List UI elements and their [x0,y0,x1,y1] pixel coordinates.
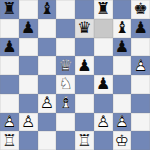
square-d5[interactable]: ♛♕ [56,56,75,75]
white-queen-fill-icon: ♛ [56,56,75,75]
square-a4[interactable] [0,75,19,94]
white-pawn-icon: ♙ [113,113,132,132]
square-f4[interactable]: ♟ [94,75,113,94]
white-rook-icon: ♖ [0,131,19,150]
square-e1[interactable]: ♜♖ [75,131,94,150]
square-e3[interactable] [75,94,94,113]
square-c3[interactable]: ♟♙ [38,94,57,113]
square-e2[interactable] [75,113,94,132]
black-pawn-piece[interactable]: ♟ [94,75,113,94]
square-c5[interactable] [38,56,57,75]
white-pawn-fill-icon: ♟ [131,56,150,75]
square-e6[interactable] [75,38,94,57]
square-h1[interactable] [131,131,150,150]
white-pawn-piece[interactable]: ♟♙ [19,113,38,132]
square-d3[interactable]: ♝♗ [56,94,75,113]
black-bishop-icon: ♝ [113,19,132,38]
black-pawn-piece[interactable]: ♟ [131,19,150,38]
square-h8[interactable]: ♚ [131,0,150,19]
square-f5[interactable] [94,56,113,75]
white-pawn-icon: ♙ [38,94,57,113]
black-rook-piece[interactable]: ♜ [94,0,113,19]
white-queen-icon: ♕ [56,56,75,75]
square-a2[interactable]: ♟♙ [0,113,19,132]
square-f2[interactable]: ♟♙ [94,113,113,132]
square-b8[interactable] [19,0,38,19]
square-d2[interactable] [56,113,75,132]
square-c7[interactable] [38,19,57,38]
black-bishop-piece[interactable]: ♝ [38,0,57,19]
black-pawn-icon: ♟ [131,19,150,38]
square-c1[interactable] [38,131,57,150]
white-rook-piece[interactable]: ♜♖ [0,131,19,150]
white-pawn-icon: ♙ [0,113,19,132]
white-pawn-piece[interactable]: ♟♙ [0,113,19,132]
black-rook-piece[interactable]: ♜ [0,0,19,19]
black-pawn-icon: ♟ [94,75,113,94]
square-d8[interactable] [56,0,75,19]
white-pawn-piece[interactable]: ♟♙ [38,94,57,113]
white-pawn-fill-icon: ♟ [19,113,38,132]
square-f3[interactable] [94,94,113,113]
square-b7[interactable]: ♟ [19,19,38,38]
black-bishop-piece[interactable]: ♝ [113,19,132,38]
square-f1[interactable] [94,131,113,150]
black-queen-piece[interactable]: ♛ [75,19,94,38]
square-h4[interactable] [131,75,150,94]
black-pawn-piece[interactable]: ♟ [113,38,132,57]
square-g4[interactable] [113,75,132,94]
square-h7[interactable]: ♟ [131,19,150,38]
square-e7[interactable]: ♛ [75,19,94,38]
white-rook-fill-icon: ♜ [0,131,19,150]
square-b5[interactable] [19,56,38,75]
square-e5[interactable]: ♟ [75,56,94,75]
white-rook-icon: ♖ [75,131,94,150]
square-g8[interactable] [113,0,132,19]
white-rook-fill-icon: ♜ [75,131,94,150]
square-a7[interactable] [0,19,19,38]
square-e4[interactable] [75,75,94,94]
square-d7[interactable] [56,19,75,38]
square-a8[interactable]: ♜ [0,0,19,19]
square-f6[interactable] [94,38,113,57]
square-c6[interactable] [38,38,57,57]
square-d6[interactable] [56,38,75,57]
square-c4[interactable] [38,75,57,94]
square-b3[interactable] [19,94,38,113]
square-d1[interactable] [56,131,75,150]
square-g2[interactable]: ♟♙ [113,113,132,132]
white-pawn-piece[interactable]: ♟♙ [94,113,113,132]
black-pawn-piece[interactable]: ♟ [0,38,19,57]
square-h5[interactable]: ♟♙ [131,56,150,75]
square-f8[interactable]: ♜ [94,0,113,19]
square-b1[interactable] [19,131,38,150]
white-bishop-fill-icon: ♝ [56,94,75,113]
white-pawn-piece[interactable]: ♟♙ [131,56,150,75]
black-rook-icon: ♜ [94,0,113,19]
white-knight-piece[interactable]: ♞♘ [56,75,75,94]
white-knight-icon: ♘ [56,75,75,94]
square-a5[interactable] [0,56,19,75]
white-pawn-fill-icon: ♟ [113,113,132,132]
square-c2[interactable] [38,113,57,132]
black-bishop-icon: ♝ [38,0,57,19]
black-pawn-icon: ♟ [0,38,19,57]
square-h2[interactable] [131,113,150,132]
square-a3[interactable] [0,94,19,113]
square-h3[interactable] [131,94,150,113]
square-e8[interactable] [75,0,94,19]
black-king-icon: ♚ [131,0,150,19]
white-king-icon: ♔ [113,131,132,150]
square-a1[interactable]: ♜♖ [0,131,19,150]
white-pawn-fill-icon: ♟ [0,113,19,132]
black-pawn-icon: ♟ [113,38,132,57]
white-pawn-icon: ♙ [19,113,38,132]
white-king-fill-icon: ♚ [113,131,132,150]
white-pawn-fill-icon: ♟ [38,94,57,113]
black-pawn-icon: ♟ [19,19,38,38]
black-queen-icon: ♛ [75,19,94,38]
square-g3[interactable] [113,94,132,113]
white-pawn-fill-icon: ♟ [94,113,113,132]
white-rook-piece[interactable]: ♜♖ [75,131,94,150]
square-g6[interactable]: ♟ [113,38,132,57]
chess-board: ♜♝♜♚♟♛♝♟♟♟♛♕♟♟♙♞♘♟♟♙♝♗♟♙♟♙♟♙♟♙♜♖♜♖♚♔ [0,0,150,150]
white-pawn-icon: ♙ [131,56,150,75]
square-g7[interactable]: ♝ [113,19,132,38]
white-king-piece[interactable]: ♚♔ [113,131,132,150]
square-b2[interactable]: ♟♙ [19,113,38,132]
square-b4[interactable] [19,75,38,94]
square-g5[interactable] [113,56,132,75]
square-h6[interactable] [131,38,150,57]
white-bishop-piece[interactable]: ♝♗ [56,94,75,113]
square-d4[interactable]: ♞♘ [56,75,75,94]
black-pawn-piece[interactable]: ♟ [19,19,38,38]
white-pawn-piece[interactable]: ♟♙ [113,113,132,132]
black-king-piece[interactable]: ♚ [131,0,150,19]
square-b6[interactable] [19,38,38,57]
white-bishop-icon: ♗ [56,94,75,113]
square-f7[interactable] [94,19,113,38]
square-a6[interactable]: ♟ [0,38,19,57]
white-queen-piece[interactable]: ♛♕ [56,56,75,75]
square-c8[interactable]: ♝ [38,0,57,19]
black-rook-icon: ♜ [0,0,19,19]
white-knight-fill-icon: ♞ [56,75,75,94]
white-pawn-icon: ♙ [94,113,113,132]
black-pawn-icon: ♟ [75,56,94,75]
black-pawn-piece[interactable]: ♟ [75,56,94,75]
square-g1[interactable]: ♚♔ [113,131,132,150]
